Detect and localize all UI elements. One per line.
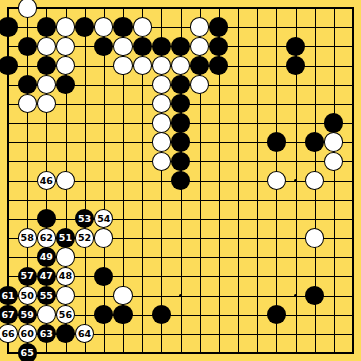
intersection-Q9[interactable]: [286, 190, 305, 209]
intersection-J3[interactable]: [152, 305, 171, 324]
intersection-K2[interactable]: [171, 324, 190, 343]
intersection-L2[interactable]: [190, 324, 209, 343]
intersection-M12[interactable]: [209, 133, 228, 152]
intersection-T6[interactable]: [343, 247, 361, 266]
intersection-J7[interactable]: [152, 228, 171, 247]
intersection-M18[interactable]: [209, 18, 228, 37]
intersection-K1[interactable]: [171, 343, 190, 361]
intersection-C19[interactable]: [37, 0, 56, 18]
intersection-H18[interactable]: [133, 18, 152, 37]
intersection-F14[interactable]: [94, 94, 113, 113]
intersection-K16[interactable]: [171, 56, 190, 75]
intersection-G5[interactable]: [113, 267, 132, 286]
intersection-R4[interactable]: [305, 286, 324, 305]
intersection-H11[interactable]: [133, 152, 152, 171]
intersection-S18[interactable]: [324, 18, 343, 37]
intersection-H5[interactable]: [133, 267, 152, 286]
intersection-S11[interactable]: [324, 152, 343, 171]
intersection-M7[interactable]: [209, 228, 228, 247]
intersection-N11[interactable]: [228, 152, 247, 171]
intersection-C16[interactable]: [37, 56, 56, 75]
intersection-L13[interactable]: [190, 113, 209, 132]
intersection-O5[interactable]: [247, 267, 266, 286]
intersection-J15[interactable]: [152, 75, 171, 94]
intersection-J17[interactable]: [152, 37, 171, 56]
intersection-E6[interactable]: [75, 247, 94, 266]
intersection-M11[interactable]: [209, 152, 228, 171]
intersection-G11[interactable]: [113, 152, 132, 171]
intersection-G10[interactable]: [113, 171, 132, 190]
intersection-F19[interactable]: [94, 0, 113, 18]
intersection-A3[interactable]: 67: [0, 305, 18, 324]
intersection-O2[interactable]: [247, 324, 266, 343]
intersection-A1[interactable]: [0, 343, 18, 361]
intersection-J11[interactable]: [152, 152, 171, 171]
intersection-M6[interactable]: [209, 247, 228, 266]
intersection-T2[interactable]: [343, 324, 361, 343]
intersection-Q8[interactable]: [286, 209, 305, 228]
intersection-M8[interactable]: [209, 209, 228, 228]
intersection-N4[interactable]: [228, 286, 247, 305]
intersection-N2[interactable]: [228, 324, 247, 343]
intersection-P6[interactable]: [267, 247, 286, 266]
intersection-J10[interactable]: [152, 171, 171, 190]
intersection-M15[interactable]: [209, 75, 228, 94]
intersection-B5[interactable]: 57: [18, 267, 37, 286]
intersection-P3[interactable]: [267, 305, 286, 324]
intersection-H17[interactable]: [133, 37, 152, 56]
intersection-R11[interactable]: [305, 152, 324, 171]
intersection-O6[interactable]: [247, 247, 266, 266]
intersection-J12[interactable]: [152, 133, 171, 152]
intersection-J8[interactable]: [152, 209, 171, 228]
intersection-N7[interactable]: [228, 228, 247, 247]
intersection-C2[interactable]: 63: [37, 324, 56, 343]
intersection-B12[interactable]: [18, 133, 37, 152]
intersection-R17[interactable]: [305, 37, 324, 56]
intersection-J13[interactable]: [152, 113, 171, 132]
intersection-A15[interactable]: [0, 75, 18, 94]
intersection-F18[interactable]: [94, 18, 113, 37]
intersection-N19[interactable]: [228, 0, 247, 18]
intersection-M19[interactable]: [209, 0, 228, 18]
intersection-P18[interactable]: [267, 18, 286, 37]
intersection-Q12[interactable]: [286, 133, 305, 152]
intersection-Q14[interactable]: [286, 94, 305, 113]
intersection-M4[interactable]: [209, 286, 228, 305]
intersection-G18[interactable]: [113, 18, 132, 37]
intersection-E11[interactable]: [75, 152, 94, 171]
intersection-D12[interactable]: [56, 133, 75, 152]
intersection-M1[interactable]: [209, 343, 228, 361]
intersection-E16[interactable]: [75, 56, 94, 75]
intersection-L12[interactable]: [190, 133, 209, 152]
intersection-C18[interactable]: [37, 18, 56, 37]
intersection-H19[interactable]: [133, 0, 152, 18]
intersection-R19[interactable]: [305, 0, 324, 18]
intersection-K6[interactable]: [171, 247, 190, 266]
intersection-B3[interactable]: 59: [18, 305, 37, 324]
intersection-R8[interactable]: [305, 209, 324, 228]
intersection-B13[interactable]: [18, 113, 37, 132]
intersection-L1[interactable]: [190, 343, 209, 361]
intersection-K18[interactable]: [171, 18, 190, 37]
intersection-T16[interactable]: [343, 56, 361, 75]
intersection-L19[interactable]: [190, 0, 209, 18]
intersection-J1[interactable]: [152, 343, 171, 361]
intersection-D1[interactable]: [56, 343, 75, 361]
intersection-H8[interactable]: [133, 209, 152, 228]
intersection-L16[interactable]: [190, 56, 209, 75]
intersection-F5[interactable]: [94, 267, 113, 286]
intersection-P8[interactable]: [267, 209, 286, 228]
intersection-K19[interactable]: [171, 0, 190, 18]
intersection-G16[interactable]: [113, 56, 132, 75]
intersection-N3[interactable]: [228, 305, 247, 324]
intersection-S17[interactable]: [324, 37, 343, 56]
intersection-R3[interactable]: [305, 305, 324, 324]
intersection-O1[interactable]: [247, 343, 266, 361]
intersection-O7[interactable]: [247, 228, 266, 247]
intersection-G19[interactable]: [113, 0, 132, 18]
intersection-N16[interactable]: [228, 56, 247, 75]
intersection-S4[interactable]: [324, 286, 343, 305]
intersection-L4[interactable]: [190, 286, 209, 305]
intersection-E1[interactable]: [75, 343, 94, 361]
intersection-F2[interactable]: [94, 324, 113, 343]
intersection-Q10[interactable]: [286, 171, 305, 190]
intersection-F13[interactable]: [94, 113, 113, 132]
intersection-E7[interactable]: 52: [75, 228, 94, 247]
intersection-H15[interactable]: [133, 75, 152, 94]
intersection-Q16[interactable]: [286, 56, 305, 75]
intersection-C4[interactable]: 55: [37, 286, 56, 305]
intersection-S8[interactable]: [324, 209, 343, 228]
intersection-G7[interactable]: [113, 228, 132, 247]
intersection-Q18[interactable]: [286, 18, 305, 37]
intersection-S3[interactable]: [324, 305, 343, 324]
intersection-L18[interactable]: [190, 18, 209, 37]
intersection-E12[interactable]: [75, 133, 94, 152]
intersection-A13[interactable]: [0, 113, 18, 132]
intersection-Q6[interactable]: [286, 247, 305, 266]
intersection-F15[interactable]: [94, 75, 113, 94]
intersection-B8[interactable]: [18, 209, 37, 228]
intersection-L15[interactable]: [190, 75, 209, 94]
intersection-N10[interactable]: [228, 171, 247, 190]
intersection-H12[interactable]: [133, 133, 152, 152]
intersection-Q19[interactable]: [286, 0, 305, 18]
intersection-A5[interactable]: [0, 267, 18, 286]
intersection-D5[interactable]: 48: [56, 267, 75, 286]
intersection-S7[interactable]: [324, 228, 343, 247]
intersection-C6[interactable]: 49: [37, 247, 56, 266]
intersection-B7[interactable]: 58: [18, 228, 37, 247]
intersection-E13[interactable]: [75, 113, 94, 132]
intersection-N12[interactable]: [228, 133, 247, 152]
intersection-R18[interactable]: [305, 18, 324, 37]
intersection-C3[interactable]: [37, 305, 56, 324]
intersection-P16[interactable]: [267, 56, 286, 75]
intersection-N8[interactable]: [228, 209, 247, 228]
intersection-D8[interactable]: [56, 209, 75, 228]
intersection-P2[interactable]: [267, 324, 286, 343]
intersection-A19[interactable]: [0, 0, 18, 18]
intersection-K9[interactable]: [171, 190, 190, 209]
intersection-D11[interactable]: [56, 152, 75, 171]
intersection-F8[interactable]: 54: [94, 209, 113, 228]
intersection-P12[interactable]: [267, 133, 286, 152]
intersection-A2[interactable]: 66: [0, 324, 18, 343]
intersection-R1[interactable]: [305, 343, 324, 361]
intersection-J5[interactable]: [152, 267, 171, 286]
intersection-O12[interactable]: [247, 133, 266, 152]
intersection-F3[interactable]: [94, 305, 113, 324]
intersection-E14[interactable]: [75, 94, 94, 113]
intersection-J4[interactable]: [152, 286, 171, 305]
intersection-H9[interactable]: [133, 190, 152, 209]
intersection-P5[interactable]: [267, 267, 286, 286]
intersection-Q17[interactable]: [286, 37, 305, 56]
intersection-L10[interactable]: [190, 171, 209, 190]
intersection-C12[interactable]: [37, 133, 56, 152]
intersection-H13[interactable]: [133, 113, 152, 132]
intersection-G13[interactable]: [113, 113, 132, 132]
intersection-P15[interactable]: [267, 75, 286, 94]
intersection-P13[interactable]: [267, 113, 286, 132]
intersection-N17[interactable]: [228, 37, 247, 56]
intersection-J14[interactable]: [152, 94, 171, 113]
intersection-N1[interactable]: [228, 343, 247, 361]
intersection-T3[interactable]: [343, 305, 361, 324]
intersection-G6[interactable]: [113, 247, 132, 266]
intersection-F16[interactable]: [94, 56, 113, 75]
intersection-O19[interactable]: [247, 0, 266, 18]
intersection-S14[interactable]: [324, 94, 343, 113]
intersection-T11[interactable]: [343, 152, 361, 171]
intersection-H4[interactable]: [133, 286, 152, 305]
intersection-E15[interactable]: [75, 75, 94, 94]
intersection-D3[interactable]: 56: [56, 305, 75, 324]
intersection-J19[interactable]: [152, 0, 171, 18]
intersection-Q3[interactable]: [286, 305, 305, 324]
intersection-F11[interactable]: [94, 152, 113, 171]
intersection-B18[interactable]: [18, 18, 37, 37]
intersection-B17[interactable]: [18, 37, 37, 56]
intersection-P4[interactable]: [267, 286, 286, 305]
intersection-E3[interactable]: [75, 305, 94, 324]
intersection-J6[interactable]: [152, 247, 171, 266]
intersection-T18[interactable]: [343, 18, 361, 37]
intersection-K12[interactable]: [171, 133, 190, 152]
intersection-C11[interactable]: [37, 152, 56, 171]
intersection-D17[interactable]: [56, 37, 75, 56]
intersection-K13[interactable]: [171, 113, 190, 132]
intersection-O17[interactable]: [247, 37, 266, 56]
intersection-S19[interactable]: [324, 0, 343, 18]
intersection-A14[interactable]: [0, 94, 18, 113]
intersection-E8[interactable]: 53: [75, 209, 94, 228]
intersection-B16[interactable]: [18, 56, 37, 75]
intersection-R16[interactable]: [305, 56, 324, 75]
intersection-T8[interactable]: [343, 209, 361, 228]
intersection-M3[interactable]: [209, 305, 228, 324]
intersection-B15[interactable]: [18, 75, 37, 94]
intersection-D7[interactable]: 51: [56, 228, 75, 247]
intersection-B10[interactable]: [18, 171, 37, 190]
intersection-C14[interactable]: [37, 94, 56, 113]
intersection-T10[interactable]: [343, 171, 361, 190]
intersection-Q15[interactable]: [286, 75, 305, 94]
intersection-D14[interactable]: [56, 94, 75, 113]
intersection-B2[interactable]: 60: [18, 324, 37, 343]
intersection-D10[interactable]: [56, 171, 75, 190]
intersection-L17[interactable]: [190, 37, 209, 56]
intersection-L5[interactable]: [190, 267, 209, 286]
intersection-P11[interactable]: [267, 152, 286, 171]
intersection-K10[interactable]: [171, 171, 190, 190]
intersection-F9[interactable]: [94, 190, 113, 209]
intersection-S12[interactable]: [324, 133, 343, 152]
intersection-A17[interactable]: [0, 37, 18, 56]
intersection-O14[interactable]: [247, 94, 266, 113]
intersection-E18[interactable]: [75, 18, 94, 37]
intersection-O8[interactable]: [247, 209, 266, 228]
intersection-F12[interactable]: [94, 133, 113, 152]
intersection-T9[interactable]: [343, 190, 361, 209]
intersection-B4[interactable]: 50: [18, 286, 37, 305]
intersection-C15[interactable]: [37, 75, 56, 94]
intersection-T7[interactable]: [343, 228, 361, 247]
intersection-C7[interactable]: 62: [37, 228, 56, 247]
go-board[interactable]: 4653545862515249574748615055675956666063…: [0, 0, 361, 361]
intersection-K14[interactable]: [171, 94, 190, 113]
intersection-T19[interactable]: [343, 0, 361, 18]
intersection-E4[interactable]: [75, 286, 94, 305]
intersection-E9[interactable]: [75, 190, 94, 209]
intersection-S5[interactable]: [324, 267, 343, 286]
intersection-A11[interactable]: [0, 152, 18, 171]
intersection-J2[interactable]: [152, 324, 171, 343]
intersection-N14[interactable]: [228, 94, 247, 113]
intersection-H6[interactable]: [133, 247, 152, 266]
intersection-A7[interactable]: [0, 228, 18, 247]
intersection-N18[interactable]: [228, 18, 247, 37]
intersection-S9[interactable]: [324, 190, 343, 209]
intersection-D13[interactable]: [56, 113, 75, 132]
intersection-L6[interactable]: [190, 247, 209, 266]
intersection-G9[interactable]: [113, 190, 132, 209]
intersection-N9[interactable]: [228, 190, 247, 209]
intersection-K8[interactable]: [171, 209, 190, 228]
intersection-J9[interactable]: [152, 190, 171, 209]
intersection-R5[interactable]: [305, 267, 324, 286]
intersection-P7[interactable]: [267, 228, 286, 247]
intersection-S1[interactable]: [324, 343, 343, 361]
intersection-T13[interactable]: [343, 113, 361, 132]
intersection-N6[interactable]: [228, 247, 247, 266]
intersection-K15[interactable]: [171, 75, 190, 94]
intersection-N5[interactable]: [228, 267, 247, 286]
intersection-G4[interactable]: [113, 286, 132, 305]
intersection-H10[interactable]: [133, 171, 152, 190]
intersection-R13[interactable]: [305, 113, 324, 132]
intersection-S10[interactable]: [324, 171, 343, 190]
intersection-Q4[interactable]: [286, 286, 305, 305]
intersection-L3[interactable]: [190, 305, 209, 324]
intersection-J16[interactable]: [152, 56, 171, 75]
intersection-E19[interactable]: [75, 0, 94, 18]
intersection-T5[interactable]: [343, 267, 361, 286]
intersection-M16[interactable]: [209, 56, 228, 75]
intersection-G2[interactable]: [113, 324, 132, 343]
intersection-Q7[interactable]: [286, 228, 305, 247]
intersection-T14[interactable]: [343, 94, 361, 113]
intersection-Q5[interactable]: [286, 267, 305, 286]
intersection-O9[interactable]: [247, 190, 266, 209]
intersection-T17[interactable]: [343, 37, 361, 56]
intersection-N13[interactable]: [228, 113, 247, 132]
intersection-D4[interactable]: [56, 286, 75, 305]
intersection-K17[interactable]: [171, 37, 190, 56]
intersection-A10[interactable]: [0, 171, 18, 190]
intersection-R9[interactable]: [305, 190, 324, 209]
intersection-H7[interactable]: [133, 228, 152, 247]
intersection-L7[interactable]: [190, 228, 209, 247]
intersection-C9[interactable]: [37, 190, 56, 209]
intersection-O13[interactable]: [247, 113, 266, 132]
intersection-H16[interactable]: [133, 56, 152, 75]
intersection-C13[interactable]: [37, 113, 56, 132]
intersection-M5[interactable]: [209, 267, 228, 286]
intersection-T12[interactable]: [343, 133, 361, 152]
intersection-S16[interactable]: [324, 56, 343, 75]
intersection-A12[interactable]: [0, 133, 18, 152]
intersection-N15[interactable]: [228, 75, 247, 94]
intersection-D2[interactable]: [56, 324, 75, 343]
intersection-G17[interactable]: [113, 37, 132, 56]
intersection-E17[interactable]: [75, 37, 94, 56]
intersection-H3[interactable]: [133, 305, 152, 324]
intersection-F17[interactable]: [94, 37, 113, 56]
intersection-R2[interactable]: [305, 324, 324, 343]
intersection-G8[interactable]: [113, 209, 132, 228]
intersection-Q11[interactable]: [286, 152, 305, 171]
intersection-F4[interactable]: [94, 286, 113, 305]
intersection-C1[interactable]: [37, 343, 56, 361]
intersection-H1[interactable]: [133, 343, 152, 361]
intersection-D15[interactable]: [56, 75, 75, 94]
intersection-R10[interactable]: [305, 171, 324, 190]
intersection-O3[interactable]: [247, 305, 266, 324]
intersection-R7[interactable]: [305, 228, 324, 247]
intersection-A16[interactable]: [0, 56, 18, 75]
intersection-M13[interactable]: [209, 113, 228, 132]
intersection-K3[interactable]: [171, 305, 190, 324]
intersection-G3[interactable]: [113, 305, 132, 324]
intersection-G14[interactable]: [113, 94, 132, 113]
intersection-H2[interactable]: [133, 324, 152, 343]
intersection-B9[interactable]: [18, 190, 37, 209]
intersection-D6[interactable]: [56, 247, 75, 266]
intersection-D16[interactable]: [56, 56, 75, 75]
intersection-G15[interactable]: [113, 75, 132, 94]
intersection-A8[interactable]: [0, 209, 18, 228]
intersection-F6[interactable]: [94, 247, 113, 266]
intersection-F10[interactable]: [94, 171, 113, 190]
intersection-P9[interactable]: [267, 190, 286, 209]
intersection-L8[interactable]: [190, 209, 209, 228]
